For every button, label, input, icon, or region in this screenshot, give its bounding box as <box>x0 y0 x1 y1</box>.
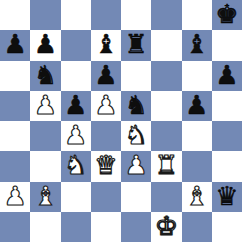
square-f5[interactable] <box>151 91 181 121</box>
square-g8[interactable] <box>182 0 212 30</box>
square-b1[interactable] <box>30 212 60 242</box>
square-a3[interactable] <box>0 151 30 181</box>
square-a8[interactable] <box>0 0 30 30</box>
white-pawn-icon[interactable]: ♟ <box>124 152 147 178</box>
square-f6[interactable] <box>151 61 181 91</box>
square-d8[interactable] <box>91 0 121 30</box>
black-pawn-icon[interactable]: ♟ <box>185 92 208 118</box>
square-g3[interactable] <box>182 151 212 181</box>
white-pawn-icon[interactable]: ♟ <box>94 92 117 118</box>
square-d3[interactable]: ♛ <box>91 151 121 181</box>
square-h7[interactable] <box>212 30 242 60</box>
black-knight-icon[interactable]: ♞ <box>34 62 57 88</box>
square-c3[interactable]: ♞ <box>61 151 91 181</box>
square-b3[interactable] <box>30 151 60 181</box>
square-a1[interactable] <box>0 212 30 242</box>
black-pawn-icon[interactable]: ♟ <box>94 62 117 88</box>
square-g4[interactable] <box>182 121 212 151</box>
square-f1[interactable]: ♚ <box>151 212 181 242</box>
white-pawn-icon[interactable]: ♟ <box>64 122 87 148</box>
square-e7[interactable]: ♜ <box>121 30 151 60</box>
white-queen-icon[interactable]: ♛ <box>94 152 117 178</box>
square-c2[interactable] <box>61 182 91 212</box>
square-b6[interactable]: ♞ <box>30 61 60 91</box>
square-b5[interactable]: ♟ <box>30 91 60 121</box>
black-knight-icon[interactable]: ♞ <box>124 92 147 118</box>
square-d1[interactable] <box>91 212 121 242</box>
square-d2[interactable] <box>91 182 121 212</box>
square-h1[interactable] <box>212 212 242 242</box>
square-c5[interactable]: ♟ <box>61 91 91 121</box>
square-f4[interactable] <box>151 121 181 151</box>
square-d4[interactable] <box>91 121 121 151</box>
square-g2[interactable]: ♝ <box>182 182 212 212</box>
black-pawn-icon[interactable]: ♟ <box>64 92 87 118</box>
white-knight-icon[interactable]: ♞ <box>64 152 87 178</box>
square-e4[interactable]: ♞ <box>121 121 151 151</box>
square-b8[interactable] <box>30 0 60 30</box>
square-a5[interactable] <box>0 91 30 121</box>
square-a6[interactable] <box>0 61 30 91</box>
black-king-icon[interactable]: ♚ <box>215 1 238 27</box>
square-f2[interactable] <box>151 182 181 212</box>
square-h3[interactable] <box>212 151 242 181</box>
black-pawn-icon[interactable]: ♟ <box>215 62 238 88</box>
white-pawn-icon[interactable]: ♟ <box>3 183 26 209</box>
chess-board: ♚♟♟♝♜♝♞♟♟♟♟♟♞♟♟♞♞♛♟♜♟♝♝♛♚ <box>0 0 242 242</box>
black-bishop-icon[interactable]: ♝ <box>94 31 117 57</box>
white-pawn-icon[interactable]: ♟ <box>34 92 57 118</box>
square-c8[interactable] <box>61 0 91 30</box>
square-b7[interactable]: ♟ <box>30 30 60 60</box>
white-bishop-icon[interactable]: ♝ <box>185 183 208 209</box>
black-pawn-icon[interactable]: ♟ <box>34 31 57 57</box>
square-f3[interactable]: ♜ <box>151 151 181 181</box>
square-e3[interactable]: ♟ <box>121 151 151 181</box>
square-d7[interactable]: ♝ <box>91 30 121 60</box>
square-d6[interactable]: ♟ <box>91 61 121 91</box>
black-queen-icon[interactable]: ♛ <box>215 183 238 209</box>
square-d5[interactable]: ♟ <box>91 91 121 121</box>
square-a7[interactable]: ♟ <box>0 30 30 60</box>
square-h2[interactable]: ♛ <box>212 182 242 212</box>
square-e5[interactable]: ♞ <box>121 91 151 121</box>
square-e6[interactable] <box>121 61 151 91</box>
square-c4[interactable]: ♟ <box>61 121 91 151</box>
square-e2[interactable] <box>121 182 151 212</box>
black-rook-icon[interactable]: ♜ <box>124 31 147 57</box>
black-pawn-icon[interactable]: ♟ <box>3 31 26 57</box>
square-e1[interactable] <box>121 212 151 242</box>
square-b4[interactable] <box>30 121 60 151</box>
white-rook-icon[interactable]: ♜ <box>155 152 178 178</box>
black-bishop-icon[interactable]: ♝ <box>185 31 208 57</box>
square-g6[interactable] <box>182 61 212 91</box>
square-f8[interactable] <box>151 0 181 30</box>
square-g1[interactable] <box>182 212 212 242</box>
white-bishop-icon[interactable]: ♝ <box>34 183 57 209</box>
square-h8[interactable]: ♚ <box>212 0 242 30</box>
square-h4[interactable] <box>212 121 242 151</box>
square-h5[interactable] <box>212 91 242 121</box>
square-f7[interactable] <box>151 30 181 60</box>
square-c1[interactable] <box>61 212 91 242</box>
square-b2[interactable]: ♝ <box>30 182 60 212</box>
square-g7[interactable]: ♝ <box>182 30 212 60</box>
white-king-icon[interactable]: ♚ <box>155 213 178 239</box>
square-e8[interactable] <box>121 0 151 30</box>
white-knight-icon[interactable]: ♞ <box>124 122 147 148</box>
square-a4[interactable] <box>0 121 30 151</box>
square-c6[interactable] <box>61 61 91 91</box>
square-c7[interactable] <box>61 30 91 60</box>
square-a2[interactable]: ♟ <box>0 182 30 212</box>
square-h6[interactable]: ♟ <box>212 61 242 91</box>
square-g5[interactable]: ♟ <box>182 91 212 121</box>
